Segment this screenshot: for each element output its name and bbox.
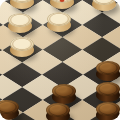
checker-dark[interactable] [96,102,120,120]
checker-dark[interactable] [46,103,70,120]
checker-light[interactable] [47,12,71,33]
checker-top-face [10,37,34,51]
checker-top-face [52,84,76,98]
checker-light[interactable] [50,0,74,10]
checker-top-face [8,13,32,27]
checker-light[interactable] [92,0,116,12]
checker-top-face [96,82,120,96]
checker-light[interactable] [10,37,34,58]
checker-top-face [96,61,120,75]
checker-dark[interactable] [0,100,19,120]
checker-top-face [47,12,71,26]
checker-top-face [46,103,70,117]
checker-top-face [96,102,120,116]
checker-dark[interactable] [52,84,76,105]
checker-dark[interactable] [96,61,120,82]
photo-frame [0,0,120,120]
pieces-layer [0,0,120,120]
checker-light[interactable] [10,0,34,10]
checker-dark[interactable] [96,82,120,103]
checker-light[interactable] [8,13,32,34]
